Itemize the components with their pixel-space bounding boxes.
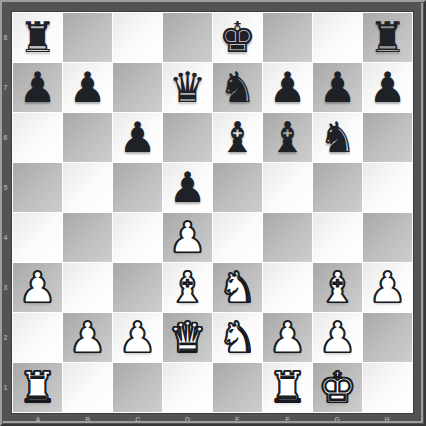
piece-white-bishop[interactable]: ♝ [313, 263, 362, 312]
square-a2[interactable] [13, 313, 62, 362]
file-label-c: C [113, 414, 163, 425]
square-a7[interactable]: ♟ [13, 63, 62, 112]
piece-black-pawn[interactable]: ♟ [63, 63, 112, 112]
square-f6[interactable]: ♝ [263, 113, 312, 162]
square-g2[interactable]: ♟ [313, 313, 362, 362]
piece-white-knight[interactable]: ♞ [213, 263, 262, 312]
square-h2[interactable] [363, 313, 412, 362]
piece-white-rook[interactable]: ♜ [263, 363, 312, 412]
piece-white-king[interactable]: ♚ [313, 363, 362, 412]
piece-white-pawn[interactable]: ♟ [13, 263, 62, 312]
square-h7[interactable]: ♟ [363, 63, 412, 112]
square-d4[interactable]: ♟ [163, 213, 212, 262]
file-label-h: H [362, 414, 412, 425]
piece-white-bishop[interactable]: ♝ [163, 263, 212, 312]
square-b8[interactable] [63, 13, 112, 62]
file-label-b: B [63, 414, 113, 425]
square-h3[interactable]: ♟ [363, 263, 412, 312]
file-label-d: D [163, 414, 213, 425]
square-b2[interactable]: ♟ [63, 313, 112, 362]
piece-black-knight[interactable]: ♞ [213, 63, 262, 112]
rank-label-4: 4 [0, 213, 11, 263]
piece-white-pawn[interactable]: ♟ [263, 313, 312, 362]
square-e2[interactable]: ♞ [213, 313, 262, 362]
file-label-f: F [262, 414, 312, 425]
square-c8[interactable] [113, 13, 162, 62]
piece-black-pawn[interactable]: ♟ [13, 63, 62, 112]
square-h5[interactable] [363, 163, 412, 212]
file-label-g: G [312, 414, 362, 425]
chess-board: ♜♚♜♟♟♛♞♟♟♟♟♝♝♞♟♟♟♝♞♝♟♟♟♛♞♟♟♜♜♚ [13, 13, 412, 412]
file-labels: ABCDEFGH [13, 414, 412, 425]
piece-black-pawn[interactable]: ♟ [363, 63, 412, 112]
square-d2[interactable]: ♛ [163, 313, 212, 362]
square-e3[interactable]: ♞ [213, 263, 262, 312]
square-h6[interactable] [363, 113, 412, 162]
piece-white-knight[interactable]: ♞ [213, 313, 262, 362]
piece-white-pawn[interactable]: ♟ [363, 263, 412, 312]
file-label-a: A [13, 414, 63, 425]
square-e6[interactable]: ♝ [213, 113, 262, 162]
square-a3[interactable]: ♟ [13, 263, 62, 312]
square-e8[interactable]: ♚ [213, 13, 262, 62]
square-c3[interactable] [113, 263, 162, 312]
piece-black-pawn[interactable]: ♟ [313, 63, 362, 112]
piece-black-rook[interactable]: ♜ [13, 13, 62, 62]
square-b3[interactable] [63, 263, 112, 312]
piece-black-king[interactable]: ♚ [213, 13, 262, 62]
piece-black-knight[interactable]: ♞ [313, 113, 362, 162]
rank-labels: 87654321 [0, 13, 11, 412]
square-d6[interactable] [163, 113, 212, 162]
square-a4[interactable] [13, 213, 62, 262]
rank-label-3: 3 [0, 262, 11, 312]
piece-black-rook[interactable]: ♜ [363, 13, 412, 62]
square-f7[interactable]: ♟ [263, 63, 312, 112]
square-c5[interactable] [113, 163, 162, 212]
piece-black-bishop[interactable]: ♝ [263, 113, 312, 162]
piece-black-queen[interactable]: ♛ [163, 63, 212, 112]
square-g3[interactable]: ♝ [313, 263, 362, 312]
square-g4[interactable] [313, 213, 362, 262]
square-d3[interactable]: ♝ [163, 263, 212, 312]
square-f2[interactable]: ♟ [263, 313, 312, 362]
piece-black-pawn[interactable]: ♟ [263, 63, 312, 112]
square-d5[interactable]: ♟ [163, 163, 212, 212]
square-f3[interactable] [263, 263, 312, 312]
square-c1[interactable] [113, 363, 162, 412]
square-d7[interactable]: ♛ [163, 63, 212, 112]
piece-white-pawn[interactable]: ♟ [113, 313, 162, 362]
square-h1[interactable] [363, 363, 412, 412]
square-g5[interactable] [313, 163, 362, 212]
piece-black-pawn[interactable]: ♟ [163, 163, 212, 212]
square-a6[interactable] [13, 113, 62, 162]
square-e4[interactable] [213, 213, 262, 262]
piece-black-pawn[interactable]: ♟ [113, 113, 162, 162]
square-f8[interactable] [263, 13, 312, 62]
square-f4[interactable] [263, 213, 312, 262]
chessboard-window: 87654321 ABCDEFGH ♜♚♜♟♟♛♞♟♟♟♟♝♝♞♟♟♟♝♞♝♟♟… [0, 0, 426, 426]
square-a5[interactable] [13, 163, 62, 212]
square-h8[interactable]: ♜ [363, 13, 412, 62]
square-e5[interactable] [213, 163, 262, 212]
square-g8[interactable] [313, 13, 362, 62]
piece-black-bishop[interactable]: ♝ [213, 113, 262, 162]
square-b1[interactable] [63, 363, 112, 412]
square-b5[interactable] [63, 163, 112, 212]
square-c4[interactable] [113, 213, 162, 262]
square-b6[interactable] [63, 113, 112, 162]
piece-white-queen[interactable]: ♛ [163, 313, 212, 362]
square-g7[interactable]: ♟ [313, 63, 362, 112]
square-a8[interactable]: ♜ [13, 13, 62, 62]
square-e7[interactable]: ♞ [213, 63, 262, 112]
rank-label-6: 6 [0, 113, 11, 163]
square-h4[interactable] [363, 213, 412, 262]
file-label-e: E [213, 414, 263, 425]
square-e1[interactable] [213, 363, 262, 412]
square-d1[interactable] [163, 363, 212, 412]
square-b7[interactable]: ♟ [63, 63, 112, 112]
square-c6[interactable]: ♟ [113, 113, 162, 162]
square-f1[interactable]: ♜ [263, 363, 312, 412]
square-g1[interactable]: ♚ [313, 363, 362, 412]
square-d8[interactable] [163, 13, 212, 62]
square-f5[interactable] [263, 163, 312, 212]
piece-white-pawn[interactable]: ♟ [313, 313, 362, 362]
rank-label-5: 5 [0, 163, 11, 213]
piece-white-rook[interactable]: ♜ [13, 363, 62, 412]
square-g6[interactable]: ♞ [313, 113, 362, 162]
square-a1[interactable]: ♜ [13, 363, 62, 412]
piece-white-pawn[interactable]: ♟ [63, 313, 112, 362]
square-b4[interactable] [63, 213, 112, 262]
square-c2[interactable]: ♟ [113, 313, 162, 362]
rank-label-2: 2 [0, 312, 11, 362]
piece-white-pawn[interactable]: ♟ [163, 213, 212, 262]
board-shell: ♜♚♜♟♟♛♞♟♟♟♟♝♝♞♟♟♟♝♞♝♟♟♟♛♞♟♟♜♜♚ [11, 11, 414, 414]
rank-label-7: 7 [0, 63, 11, 113]
rank-label-8: 8 [0, 13, 11, 63]
rank-label-1: 1 [0, 362, 11, 412]
square-c7[interactable] [113, 63, 162, 112]
